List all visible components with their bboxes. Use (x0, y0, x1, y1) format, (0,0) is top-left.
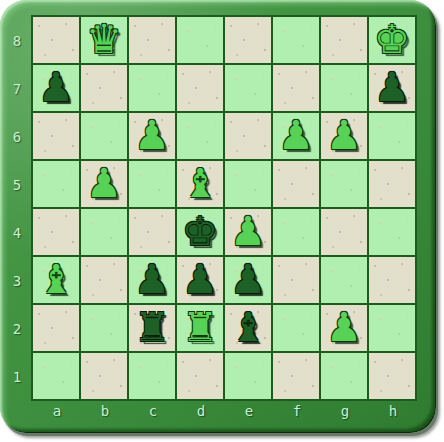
square-d7[interactable] (177, 65, 223, 111)
square-f1[interactable] (273, 353, 319, 399)
square-c3[interactable]: ♟ (129, 257, 175, 303)
square-c8[interactable] (129, 17, 175, 63)
square-g6[interactable]: ♟ (321, 113, 367, 159)
square-f3[interactable] (273, 257, 319, 303)
square-h6[interactable] (369, 113, 415, 159)
square-a4[interactable] (33, 209, 79, 255)
rank-label-7: 7 (6, 65, 28, 113)
piece-black-rook[interactable]: ♜ (134, 304, 170, 350)
rank-label-5: 5 (6, 161, 28, 209)
piece-white-bishop[interactable]: ♝ (182, 160, 218, 206)
square-d1[interactable] (177, 353, 223, 399)
square-d4[interactable]: ♚ (177, 209, 223, 255)
square-e4[interactable]: ♟ (225, 209, 271, 255)
square-d6[interactable] (177, 113, 223, 159)
rank-label-8: 8 (6, 17, 28, 65)
square-f7[interactable] (273, 65, 319, 111)
piece-black-pawn[interactable]: ♟ (230, 256, 266, 302)
file-label-a: a (33, 403, 81, 427)
file-label-c: c (129, 403, 177, 427)
square-a7[interactable]: ♟ (33, 65, 79, 111)
square-f5[interactable] (273, 161, 319, 207)
square-c6[interactable]: ♟ (129, 113, 175, 159)
square-d5[interactable]: ♝ (177, 161, 223, 207)
square-b2[interactable] (81, 305, 127, 351)
piece-white-pawn[interactable]: ♟ (86, 160, 122, 206)
file-label-b: b (81, 403, 129, 427)
file-label-g: g (321, 403, 369, 427)
square-g1[interactable] (321, 353, 367, 399)
square-e1[interactable] (225, 353, 271, 399)
square-f8[interactable] (273, 17, 319, 63)
piece-white-pawn[interactable]: ♟ (326, 304, 362, 350)
square-g4[interactable] (321, 209, 367, 255)
square-c4[interactable] (129, 209, 175, 255)
square-f4[interactable] (273, 209, 319, 255)
square-b5[interactable]: ♟ (81, 161, 127, 207)
piece-black-pawn[interactable]: ♟ (134, 256, 170, 302)
square-c7[interactable] (129, 65, 175, 111)
square-e8[interactable] (225, 17, 271, 63)
rank-label-1: 1 (6, 353, 28, 401)
square-e5[interactable] (225, 161, 271, 207)
piece-white-pawn[interactable]: ♟ (134, 112, 170, 158)
square-g8[interactable] (321, 17, 367, 63)
square-h7[interactable]: ♟ (369, 65, 415, 111)
square-d8[interactable] (177, 17, 223, 63)
square-c5[interactable] (129, 161, 175, 207)
piece-white-queen[interactable]: ♛ (86, 16, 122, 62)
square-b8[interactable]: ♛ (81, 17, 127, 63)
piece-black-pawn[interactable]: ♟ (374, 64, 410, 110)
file-label-d: d (177, 403, 225, 427)
square-a6[interactable] (33, 113, 79, 159)
square-d2[interactable]: ♜ (177, 305, 223, 351)
rank-labels: 87654321 (6, 17, 28, 401)
square-a8[interactable] (33, 17, 79, 63)
square-c2[interactable]: ♜ (129, 305, 175, 351)
square-b6[interactable] (81, 113, 127, 159)
piece-white-king[interactable]: ♚ (374, 16, 410, 62)
piece-black-king[interactable]: ♚ (182, 208, 218, 254)
piece-white-pawn[interactable]: ♟ (326, 112, 362, 158)
square-h2[interactable] (369, 305, 415, 351)
square-a3[interactable]: ♝ (33, 257, 79, 303)
square-b4[interactable] (81, 209, 127, 255)
square-f6[interactable]: ♟ (273, 113, 319, 159)
square-e2[interactable]: ♝ (225, 305, 271, 351)
square-b7[interactable] (81, 65, 127, 111)
square-h8[interactable]: ♚ (369, 17, 415, 63)
square-e6[interactable] (225, 113, 271, 159)
chess-app-window: ♛♚♟♟♟♟♟♟♝♚♟♝♟♟♟♜♜♝♟ 87654321 abcdefgh (0, 0, 444, 442)
file-label-e: e (225, 403, 273, 427)
square-c1[interactable] (129, 353, 175, 399)
square-h4[interactable] (369, 209, 415, 255)
file-label-h: h (369, 403, 417, 427)
square-d3[interactable]: ♟ (177, 257, 223, 303)
rank-label-4: 4 (6, 209, 28, 257)
square-e7[interactable] (225, 65, 271, 111)
piece-white-pawn[interactable]: ♟ (230, 208, 266, 254)
piece-black-pawn[interactable]: ♟ (182, 256, 218, 302)
square-h3[interactable] (369, 257, 415, 303)
piece-black-pawn[interactable]: ♟ (38, 64, 74, 110)
square-h5[interactable] (369, 161, 415, 207)
piece-black-bishop[interactable]: ♝ (230, 304, 266, 350)
square-b3[interactable] (81, 257, 127, 303)
square-e3[interactable]: ♟ (225, 257, 271, 303)
square-a5[interactable] (33, 161, 79, 207)
file-label-f: f (273, 403, 321, 427)
piece-white-rook[interactable]: ♜ (182, 304, 218, 350)
rank-label-6: 6 (6, 113, 28, 161)
square-g2[interactable]: ♟ (321, 305, 367, 351)
square-a2[interactable] (33, 305, 79, 351)
file-labels: abcdefgh (33, 403, 417, 427)
square-h1[interactable] (369, 353, 415, 399)
square-g3[interactable] (321, 257, 367, 303)
piece-white-pawn[interactable]: ♟ (278, 112, 314, 158)
square-a1[interactable] (33, 353, 79, 399)
rank-label-2: 2 (6, 305, 28, 353)
square-f2[interactable] (273, 305, 319, 351)
piece-white-bishop[interactable]: ♝ (38, 256, 74, 302)
square-g5[interactable] (321, 161, 367, 207)
chess-board: ♛♚♟♟♟♟♟♟♝♚♟♝♟♟♟♜♜♝♟ (31, 15, 417, 401)
rank-label-3: 3 (6, 257, 28, 305)
square-g7[interactable] (321, 65, 367, 111)
square-b1[interactable] (81, 353, 127, 399)
